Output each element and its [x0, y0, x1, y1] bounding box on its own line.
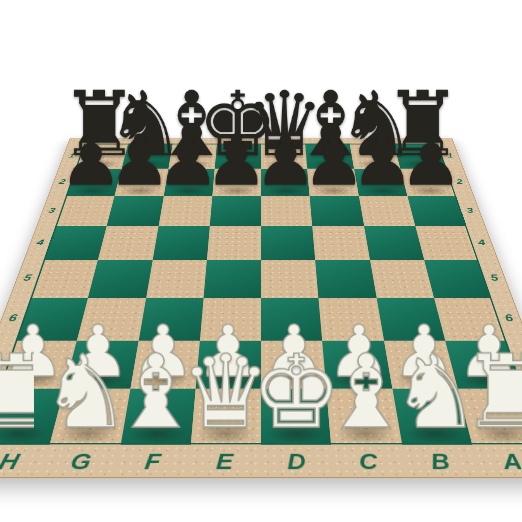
square-e3[interactable]	[210, 196, 261, 226]
square-g5[interactable]	[88, 260, 152, 298]
square-g3[interactable]	[107, 196, 164, 226]
file-label-d: D	[261, 445, 334, 477]
file-label-b: B	[402, 445, 481, 477]
square-c5[interactable]	[315, 260, 376, 298]
file-label-e: E	[188, 445, 261, 477]
file-label-g: G	[41, 445, 120, 477]
file-label-c: C	[331, 445, 407, 477]
square-e4[interactable]	[207, 226, 261, 260]
square-g4[interactable]	[98, 226, 158, 260]
white-rook[interactable]: ♜	[461, 345, 522, 441]
square-b4[interactable]	[364, 226, 424, 260]
square-h5[interactable]	[31, 260, 98, 298]
square-a3[interactable]	[407, 196, 466, 226]
square-b3[interactable]	[359, 196, 416, 226]
chess-board: 1♜♞♝♚♛♝♞♜12♟♟♟♟♟♟♟♟2334455667♟♟♟♟♟♟♟♟78♜…	[0, 138, 522, 478]
perspective-scene: 1♜♞♝♚♛♝♞♜12♟♟♟♟♟♟♟♟2334455667♟♟♟♟♟♟♟♟78♜…	[0, 138, 522, 478]
file-label-a: A	[472, 445, 522, 477]
square-f5[interactable]	[146, 260, 207, 298]
square-b5[interactable]	[370, 260, 434, 298]
square-h3[interactable]	[55, 196, 114, 226]
square-h4[interactable]	[44, 226, 107, 260]
square-d4[interactable]	[261, 226, 315, 260]
square-a8[interactable]: ♜	[458, 389, 522, 445]
black-pawn[interactable]: ♟	[400, 128, 463, 195]
square-f3[interactable]	[158, 196, 212, 226]
square-d5[interactable]	[261, 260, 319, 298]
square-f4[interactable]	[152, 226, 209, 260]
square-e5[interactable]	[203, 260, 261, 298]
square-d3[interactable]	[261, 196, 312, 226]
square-a2[interactable]: ♟	[400, 169, 456, 196]
square-c3[interactable]	[310, 196, 364, 226]
file-label-f: F	[115, 445, 191, 477]
chessboard-photo-stage: 1♜♞♝♚♛♝♞♜12♟♟♟♟♟♟♟♟2334455667♟♟♟♟♟♟♟♟78♜…	[0, 0, 522, 522]
square-c4[interactable]	[312, 226, 369, 260]
